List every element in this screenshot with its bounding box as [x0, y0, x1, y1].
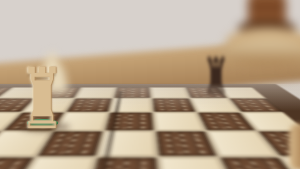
white-rook-piece: ♜	[18, 57, 67, 141]
black-rook-piece: ♜	[201, 52, 232, 102]
square	[76, 87, 115, 97]
square	[157, 131, 217, 155]
blurred-wooden-object	[222, 0, 300, 72]
square	[89, 158, 160, 169]
square	[153, 98, 196, 111]
blurred-wood-edge	[289, 124, 300, 169]
chess-photo-scene: ♞ ♜ ♜	[0, 0, 300, 169]
square	[154, 113, 204, 131]
square	[0, 158, 33, 169]
square	[151, 87, 188, 97]
